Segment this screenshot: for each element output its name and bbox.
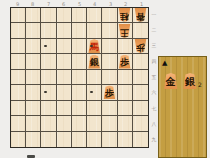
square-6-8[interactable]	[57, 116, 72, 131]
square-9-5[interactable]	[11, 70, 26, 85]
square-8-9[interactable]	[26, 132, 41, 147]
square-7-1[interactable]	[41, 8, 56, 23]
square-3-5[interactable]	[102, 70, 117, 85]
square-1-3[interactable]: 歩	[133, 39, 148, 54]
rank-label: 三	[150, 40, 156, 53]
file-label: 2	[119, 1, 132, 7]
sente-marker: ▲	[162, 60, 167, 67]
square-1-8[interactable]	[133, 116, 148, 131]
square-9-1[interactable]	[11, 8, 26, 23]
square-6-7[interactable]	[57, 101, 72, 116]
square-9-6[interactable]	[11, 85, 26, 100]
square-9-9[interactable]	[11, 132, 26, 147]
square-9-7[interactable]	[11, 101, 26, 116]
hand-item[interactable]: 銀2	[182, 73, 201, 89]
rank-label: 一	[150, 9, 156, 22]
square-2-5[interactable]	[118, 70, 133, 85]
square-5-4[interactable]	[72, 54, 87, 69]
square-4-1[interactable]	[87, 8, 102, 23]
file-label: 4	[88, 1, 101, 7]
square-2-9[interactable]	[118, 132, 133, 147]
square-2-3[interactable]	[118, 39, 133, 54]
square-8-1[interactable]	[26, 8, 41, 23]
square-7-5[interactable]	[41, 70, 56, 85]
square-4-8[interactable]	[87, 116, 102, 131]
square-3-2[interactable]	[102, 23, 117, 38]
rank-label: 九	[150, 134, 156, 147]
square-5-6[interactable]	[72, 85, 87, 100]
file-label: 6	[57, 1, 70, 7]
rank-label: 七	[150, 103, 156, 116]
square-7-8[interactable]	[41, 116, 56, 131]
square-8-8[interactable]	[26, 116, 41, 131]
square-3-1[interactable]	[102, 8, 117, 23]
hand-piece-金[interactable]: 金	[163, 73, 178, 89]
square-6-6[interactable]	[57, 85, 72, 100]
square-2-2[interactable]: 王	[118, 23, 133, 38]
piece-歩[interactable]: 歩	[134, 39, 147, 53]
square-1-6[interactable]	[133, 85, 148, 100]
square-5-9[interactable]	[72, 132, 87, 147]
square-7-4[interactable]	[41, 54, 56, 69]
file-label: 9	[11, 1, 24, 7]
star-point	[90, 91, 93, 94]
square-7-9[interactable]	[41, 132, 56, 147]
square-6-3[interactable]	[57, 39, 72, 54]
square-8-7[interactable]	[26, 101, 41, 116]
square-3-3[interactable]	[102, 39, 117, 54]
file-label: 3	[104, 1, 117, 7]
square-5-5[interactable]	[72, 70, 87, 85]
square-4-4[interactable]: 銀	[87, 54, 102, 69]
sente-piece-stand: ▲ 金銀2	[158, 56, 207, 158]
square-3-9[interactable]	[102, 132, 117, 147]
square-6-5[interactable]	[57, 70, 72, 85]
file-label: 5	[73, 1, 86, 7]
square-6-9[interactable]	[57, 132, 72, 147]
square-9-8[interactable]	[11, 116, 26, 131]
square-9-3[interactable]	[11, 39, 26, 54]
piece-香[interactable]: 香	[134, 8, 147, 22]
square-2-1[interactable]: 桂	[118, 8, 133, 23]
square-3-7[interactable]	[102, 101, 117, 116]
hand-item[interactable]: 金	[163, 73, 178, 89]
square-4-9[interactable]	[87, 132, 102, 147]
square-6-1[interactable]	[57, 8, 72, 23]
file-coordinates: 987654321	[10, 0, 149, 7]
rank-label: 六	[150, 87, 156, 100]
square-6-4[interactable]	[57, 54, 72, 69]
square-9-2[interactable]	[11, 23, 26, 38]
square-7-7[interactable]	[41, 101, 56, 116]
rank-label: 八	[150, 118, 156, 131]
file-label: 1	[135, 1, 148, 7]
shogi-board[interactable]: 桂香王馬歩銀歩歩	[10, 7, 149, 148]
square-2-6[interactable]	[118, 85, 133, 100]
piece-歩[interactable]: 歩	[103, 85, 116, 99]
square-2-8[interactable]	[118, 116, 133, 131]
hand-pieces: 金銀2	[159, 73, 206, 89]
cropped-ui-fragment	[27, 155, 35, 158]
square-5-1[interactable]	[72, 8, 87, 23]
piece-歩[interactable]: 歩	[118, 55, 131, 69]
square-5-8[interactable]	[72, 116, 87, 131]
hand-piece-銀[interactable]: 銀	[182, 73, 197, 89]
square-4-2[interactable]	[87, 23, 102, 38]
square-1-9[interactable]	[133, 132, 148, 147]
hand-piece-count: 2	[198, 82, 202, 88]
shogi-diagram: 987654321 一二三四五六七八九 桂香王馬歩銀歩歩 ▲ 金銀2	[0, 0, 210, 158]
square-4-7[interactable]	[87, 101, 102, 116]
square-3-8[interactable]	[102, 116, 117, 131]
square-5-7[interactable]	[72, 101, 87, 116]
square-2-4[interactable]: 歩	[118, 54, 133, 69]
square-8-4[interactable]	[26, 54, 41, 69]
rank-label: 二	[150, 24, 156, 37]
square-8-2[interactable]	[26, 23, 41, 38]
rank-label: 四	[150, 56, 156, 69]
square-5-3[interactable]	[72, 39, 87, 54]
square-8-3[interactable]	[26, 39, 41, 54]
square-3-4[interactable]	[102, 54, 117, 69]
square-4-5[interactable]	[87, 70, 102, 85]
square-2-7[interactable]	[118, 101, 133, 116]
piece-桂[interactable]: 桂	[118, 8, 131, 22]
square-1-2[interactable]	[133, 23, 148, 38]
file-label: 7	[42, 1, 55, 7]
square-1-7[interactable]	[133, 101, 148, 116]
star-point	[44, 91, 47, 94]
square-9-4[interactable]	[11, 54, 26, 69]
piece-銀[interactable]: 銀	[88, 55, 101, 69]
square-1-4[interactable]	[133, 54, 148, 69]
rank-label: 五	[150, 71, 156, 84]
square-1-5[interactable]	[133, 70, 148, 85]
square-8-6[interactable]	[26, 85, 41, 100]
piece-王[interactable]: 王	[118, 24, 131, 38]
square-8-5[interactable]	[26, 70, 41, 85]
square-4-6[interactable]	[87, 85, 102, 100]
rank-coordinates: 一二三四五六七八九	[150, 7, 158, 148]
file-label: 8	[27, 1, 40, 7]
square-6-2[interactable]	[57, 23, 72, 38]
square-1-1[interactable]: 香	[133, 8, 148, 23]
square-3-6[interactable]: 歩	[102, 85, 117, 100]
square-7-2[interactable]	[41, 23, 56, 38]
square-5-2[interactable]	[72, 23, 87, 38]
star-point	[90, 45, 93, 48]
star-point	[44, 45, 47, 48]
